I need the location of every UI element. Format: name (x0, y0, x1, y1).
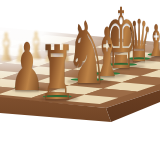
product-photo-stage: ♝ ♟ ♝ ♟ ♟ ♝ ♛ ♚ ♝ ♞ ♟ (0, 0, 160, 160)
black-rook-glyph: ♜ (39, 36, 76, 111)
